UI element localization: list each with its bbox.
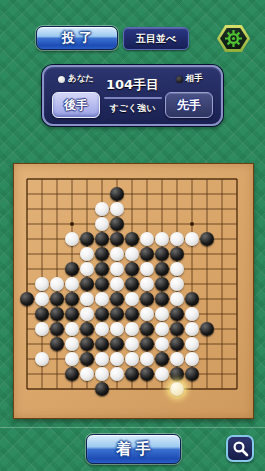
white-stone [170, 352, 184, 366]
black-stone [50, 307, 64, 321]
black-stone [50, 337, 64, 351]
black-stone [95, 232, 109, 246]
black-stone [110, 187, 124, 201]
white-stone [80, 292, 94, 306]
white-stone [140, 262, 154, 276]
black-stone [110, 307, 124, 321]
black-stone [140, 247, 154, 261]
black-stone [65, 307, 79, 321]
black-stone [200, 322, 214, 336]
white-stone-icon [58, 76, 65, 83]
black-stone [110, 217, 124, 231]
black-stone [65, 262, 79, 276]
black-stone [185, 367, 199, 381]
black-stone [155, 247, 169, 261]
white-stone [95, 217, 109, 231]
white-stone [185, 337, 199, 351]
pending-move-stone [170, 382, 184, 396]
white-stone [170, 277, 184, 291]
black-stone [65, 292, 79, 306]
black-stone [125, 277, 139, 291]
white-stone [80, 262, 94, 276]
black-stone [95, 247, 109, 261]
black-stone [110, 337, 124, 351]
white-stone [65, 352, 79, 366]
white-stone [50, 277, 64, 291]
resign-button[interactable]: 投了 [36, 26, 118, 50]
black-stone [65, 367, 79, 381]
black-stone [170, 337, 184, 351]
black-stone [140, 292, 154, 306]
black-stone [95, 277, 109, 291]
white-stone [110, 262, 124, 276]
white-stone [140, 352, 154, 366]
white-stone [140, 307, 154, 321]
white-stone [80, 307, 94, 321]
black-stone [80, 322, 94, 336]
black-stone [50, 322, 64, 336]
black-stone [155, 277, 169, 291]
black-stone [125, 307, 139, 321]
white-stone [35, 352, 49, 366]
black-stone [95, 262, 109, 276]
white-stone [155, 307, 169, 321]
white-stone [185, 307, 199, 321]
black-stone [170, 307, 184, 321]
white-stone [110, 352, 124, 366]
white-stone [170, 232, 184, 246]
black-stone [95, 382, 109, 396]
black-stone [140, 337, 154, 351]
white-stone [185, 322, 199, 336]
zoom-button[interactable] [226, 435, 254, 462]
move-counter: 104手目 [106, 76, 159, 94]
white-stone [125, 337, 139, 351]
black-stone [155, 352, 169, 366]
panel-divider [104, 97, 162, 99]
black-stone [140, 367, 154, 381]
black-stone [80, 277, 94, 291]
white-stone [170, 262, 184, 276]
black-stone [170, 367, 184, 381]
black-stone [155, 292, 169, 306]
black-stone [110, 292, 124, 306]
black-stone [125, 367, 139, 381]
white-stone [140, 232, 154, 246]
white-stone [110, 247, 124, 261]
white-stone [125, 292, 139, 306]
white-stone [80, 367, 94, 381]
white-stone [95, 322, 109, 336]
black-stone [185, 292, 199, 306]
white-stone [95, 202, 109, 216]
black-stone [110, 232, 124, 246]
white-stone [65, 337, 79, 351]
black-stone [20, 292, 34, 306]
white-stone [125, 247, 139, 261]
white-stone [95, 292, 109, 306]
white-stone [140, 277, 154, 291]
player-you-block: あなた 後手 [53, 73, 99, 118]
stones-layer [14, 164, 253, 418]
black-stone [125, 232, 139, 246]
first-player-button[interactable]: 先手 [165, 92, 213, 118]
white-stone [155, 337, 169, 351]
settings-button[interactable] [217, 25, 250, 52]
white-stone [185, 232, 199, 246]
white-stone [110, 277, 124, 291]
bottom-divider [0, 427, 265, 428]
black-stone [35, 307, 49, 321]
white-stone [155, 232, 169, 246]
black-stone [125, 262, 139, 276]
white-stone [125, 322, 139, 336]
white-stone [155, 367, 169, 381]
white-stone [35, 277, 49, 291]
gear-icon [220, 28, 247, 49]
second-player-button[interactable]: 後手 [52, 92, 100, 118]
magnifier-icon [232, 440, 249, 457]
move-info-block: 104手目 すごく強い [99, 73, 166, 118]
app-screen: 投了 五目並べ [0, 0, 265, 471]
black-stone [200, 232, 214, 246]
player-you-label: あなた [58, 73, 94, 85]
black-stone [80, 232, 94, 246]
black-stone [155, 262, 169, 276]
black-stone [95, 307, 109, 321]
white-stone [65, 277, 79, 291]
black-stone [170, 322, 184, 336]
white-stone [35, 322, 49, 336]
difficulty-label: すごく強い [110, 102, 156, 115]
black-stone-icon [176, 76, 183, 83]
status-panel: あなた 後手 104手目 すごく強い 相手 先手 [42, 65, 223, 126]
white-stone [110, 322, 124, 336]
black-stone [80, 337, 94, 351]
place-move-button[interactable]: 着手 [86, 434, 181, 464]
black-stone [170, 247, 184, 261]
white-stone [110, 367, 124, 381]
white-stone [95, 367, 109, 381]
black-stone [95, 337, 109, 351]
white-stone [35, 292, 49, 306]
white-stone [65, 232, 79, 246]
white-stone [155, 322, 169, 336]
game-title-badge: 五目並べ [123, 27, 189, 50]
white-stone [80, 247, 94, 261]
black-stone [140, 322, 154, 336]
white-stone [125, 352, 139, 366]
gomoku-board[interactable] [13, 163, 254, 419]
white-stone [65, 322, 79, 336]
black-stone [80, 352, 94, 366]
player-opponent-label: 相手 [176, 73, 203, 85]
black-stone [50, 292, 64, 306]
white-stone [170, 292, 184, 306]
white-stone [95, 352, 109, 366]
white-stone [185, 352, 199, 366]
white-stone [110, 202, 124, 216]
player-opponent-block: 相手 先手 [166, 73, 212, 118]
